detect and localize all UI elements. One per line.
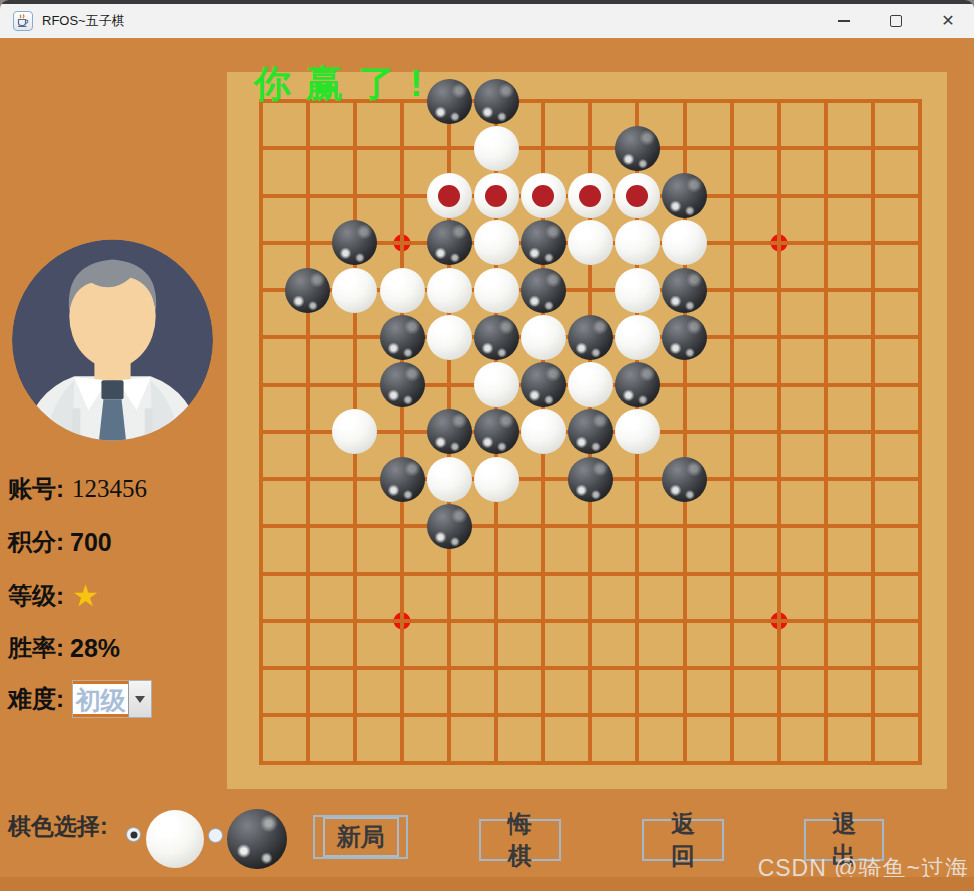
intersection[interactable] [802, 267, 849, 314]
intersection[interactable] [849, 219, 896, 266]
intersection[interactable] [426, 172, 473, 219]
white-stone [615, 220, 660, 265]
intersection[interactable] [661, 172, 708, 219]
intersection[interactable] [802, 78, 849, 125]
intersection[interactable] [849, 408, 896, 455]
black-stone [427, 220, 472, 265]
score-row: 积分: 700 [8, 526, 112, 558]
intersection[interactable] [473, 78, 520, 125]
intersection[interactable] [520, 503, 567, 550]
app-window: RFOS~五子棋 ✕ 你赢了! 账号: [0, 0, 974, 891]
minimize-button[interactable] [818, 4, 870, 38]
window-title: RFOS~五子棋 [42, 12, 125, 30]
intersection[interactable] [520, 172, 567, 219]
intersection[interactable] [331, 408, 378, 455]
intersection[interactable] [614, 692, 661, 739]
account-label: 账号: [8, 473, 64, 505]
intersection[interactable] [802, 456, 849, 503]
intersection[interactable] [614, 645, 661, 692]
black-stone [427, 409, 472, 454]
intersection[interactable] [426, 125, 473, 172]
intersection[interactable] [708, 125, 755, 172]
intersection[interactable] [755, 692, 802, 739]
intersection[interactable] [284, 408, 331, 455]
maximize-icon [890, 15, 902, 27]
winrate-label: 胜率: [8, 632, 64, 664]
intersection[interactable] [237, 456, 284, 503]
intersection[interactable] [473, 739, 520, 786]
intersection[interactable] [567, 550, 614, 597]
intersection[interactable] [520, 408, 567, 455]
intersection[interactable] [378, 645, 425, 692]
intersection[interactable] [473, 172, 520, 219]
intersection[interactable] [661, 550, 708, 597]
intersection[interactable] [661, 645, 708, 692]
winrate-value: 28% [70, 634, 120, 663]
white-stone [568, 362, 613, 407]
intersection[interactable] [426, 739, 473, 786]
intersection[interactable] [755, 597, 802, 644]
intersection[interactable] [473, 408, 520, 455]
intersection[interactable] [897, 456, 944, 503]
intersection[interactable] [331, 550, 378, 597]
intersection[interactable] [614, 314, 661, 361]
white-stone [380, 268, 425, 313]
black-stone [662, 268, 707, 313]
level-star-icon: ★ [72, 578, 99, 613]
intersection[interactable] [426, 267, 473, 314]
intersection[interactable] [755, 550, 802, 597]
intersection[interactable] [473, 361, 520, 408]
undo-button-label: 悔棋 [487, 804, 553, 876]
white-piece-radio[interactable] [126, 827, 141, 842]
intersection[interactable] [802, 361, 849, 408]
intersection[interactable] [802, 739, 849, 786]
intersection[interactable] [897, 314, 944, 361]
level-row: 等级: ★ [8, 578, 99, 613]
intersection[interactable] [802, 503, 849, 550]
intersection[interactable] [520, 597, 567, 644]
intersection[interactable] [473, 125, 520, 172]
intersection[interactable] [802, 597, 849, 644]
bottom-strip [0, 877, 974, 891]
intersection[interactable] [473, 267, 520, 314]
intersection[interactable] [661, 314, 708, 361]
difficulty-label: 难度: [8, 683, 64, 715]
intersection[interactable] [897, 78, 944, 125]
intersection[interactable] [284, 503, 331, 550]
intersection[interactable] [849, 314, 896, 361]
intersection[interactable] [237, 172, 284, 219]
avatar [12, 238, 213, 442]
intersection[interactable] [897, 739, 944, 786]
intersection[interactable] [614, 456, 661, 503]
intersection[interactable] [520, 314, 567, 361]
intersection[interactable] [284, 125, 331, 172]
intersection[interactable] [661, 692, 708, 739]
back-button[interactable]: 返回 [642, 819, 724, 861]
intersection[interactable] [897, 597, 944, 644]
intersection[interactable] [567, 456, 614, 503]
white-stone [427, 457, 472, 502]
intersection[interactable] [614, 78, 661, 125]
intersection[interactable] [284, 267, 331, 314]
intersection[interactable] [331, 125, 378, 172]
intersection[interactable] [567, 645, 614, 692]
intersection[interactable] [849, 361, 896, 408]
white-stone [521, 409, 566, 454]
intersection[interactable] [237, 314, 284, 361]
intersection[interactable] [426, 503, 473, 550]
intersection[interactable] [378, 597, 425, 644]
intersection[interactable] [849, 125, 896, 172]
intersection[interactable] [284, 456, 331, 503]
white-stone-winning [568, 173, 613, 218]
intersection[interactable] [661, 361, 708, 408]
intersection[interactable] [237, 692, 284, 739]
intersection[interactable] [378, 125, 425, 172]
minimize-icon [838, 20, 850, 22]
white-stone [427, 315, 472, 360]
intersection[interactable] [426, 408, 473, 455]
intersection[interactable] [661, 597, 708, 644]
black-stone [474, 409, 519, 454]
intersection[interactable] [237, 550, 284, 597]
intersection[interactable] [520, 361, 567, 408]
intersection[interactable] [237, 739, 284, 786]
intersection[interactable] [520, 645, 567, 692]
intersection[interactable] [520, 456, 567, 503]
intersection[interactable] [567, 125, 614, 172]
black-piece-radio[interactable] [208, 828, 223, 843]
white-stone [521, 315, 566, 360]
intersection[interactable] [331, 645, 378, 692]
intersection[interactable] [897, 219, 944, 266]
intersection[interactable] [331, 219, 378, 266]
intersection[interactable] [331, 314, 378, 361]
black-stone [521, 362, 566, 407]
intersection[interactable] [567, 692, 614, 739]
white-stone [474, 126, 519, 171]
intersection[interactable] [426, 314, 473, 361]
intersection[interactable] [708, 78, 755, 125]
intersection[interactable] [331, 739, 378, 786]
intersection[interactable] [708, 267, 755, 314]
intersection[interactable] [473, 597, 520, 644]
difficulty-dropdown[interactable]: 初级 [72, 680, 152, 718]
white-stone-option-icon[interactable] [146, 810, 204, 868]
intersection[interactable] [520, 219, 567, 266]
intersection[interactable] [849, 597, 896, 644]
intersection[interactable] [614, 219, 661, 266]
new-game-button-label: 新局 [323, 817, 399, 857]
intersection[interactable] [378, 361, 425, 408]
chevron-down-icon [135, 696, 145, 708]
intersection[interactable] [614, 550, 661, 597]
black-stone [615, 362, 660, 407]
intersection[interactable] [897, 645, 944, 692]
black-stone [380, 315, 425, 360]
intersection[interactable] [520, 739, 567, 786]
intersection[interactable] [802, 550, 849, 597]
black-stone [474, 315, 519, 360]
intersection[interactable] [755, 645, 802, 692]
intersection[interactable] [473, 456, 520, 503]
black-stone [380, 362, 425, 407]
intersection[interactable] [897, 172, 944, 219]
intersection[interactable] [708, 456, 755, 503]
intersection[interactable] [755, 739, 802, 786]
intersection[interactable] [661, 408, 708, 455]
intersection[interactable] [378, 692, 425, 739]
intersection[interactable] [378, 314, 425, 361]
intersection[interactable] [755, 361, 802, 408]
white-stone [615, 409, 660, 454]
black-stone [474, 79, 519, 124]
score-label: 积分: [8, 526, 64, 558]
piece-color-label: 棋色选择: [8, 811, 108, 842]
intersection[interactable] [520, 78, 567, 125]
intersection[interactable] [426, 597, 473, 644]
intersection[interactable] [284, 361, 331, 408]
intersection[interactable] [849, 172, 896, 219]
win-message: 你赢了! [254, 59, 437, 109]
intersection[interactable] [802, 219, 849, 266]
intersection[interactable] [378, 503, 425, 550]
intersection[interactable] [708, 408, 755, 455]
intersection[interactable] [802, 692, 849, 739]
black-stone [662, 315, 707, 360]
intersection[interactable] [237, 219, 284, 266]
intersection[interactable] [237, 597, 284, 644]
intersection[interactable] [520, 550, 567, 597]
intersection[interactable] [567, 597, 614, 644]
black-stone [427, 504, 472, 549]
intersection[interactable] [755, 408, 802, 455]
intersection[interactable] [473, 645, 520, 692]
intersection[interactable] [520, 692, 567, 739]
intersection[interactable] [331, 267, 378, 314]
intersection[interactable] [708, 739, 755, 786]
intersection[interactable] [755, 314, 802, 361]
intersection[interactable] [897, 503, 944, 550]
intersection[interactable] [849, 739, 896, 786]
intersection[interactable] [426, 645, 473, 692]
intersection[interactable] [473, 219, 520, 266]
intersection[interactable] [378, 172, 425, 219]
intersection[interactable] [849, 456, 896, 503]
window-controls: ✕ [818, 4, 974, 38]
black-stone [380, 457, 425, 502]
white-stone [615, 268, 660, 313]
intersection[interactable] [567, 503, 614, 550]
intersection[interactable] [567, 219, 614, 266]
intersection[interactable] [473, 550, 520, 597]
difficulty-row: 难度: 初级 [8, 680, 152, 718]
intersection[interactable] [567, 739, 614, 786]
gomoku-board-panel: 你赢了! [227, 72, 947, 789]
intersection[interactable] [849, 78, 896, 125]
intersection[interactable] [567, 78, 614, 125]
intersection[interactable] [614, 597, 661, 644]
intersection[interactable] [331, 692, 378, 739]
intersection[interactable] [755, 78, 802, 125]
intersection[interactable] [849, 503, 896, 550]
intersection[interactable] [426, 361, 473, 408]
intersection[interactable] [237, 361, 284, 408]
intersection[interactable] [755, 172, 802, 219]
intersection[interactable] [897, 408, 944, 455]
intersection[interactable] [567, 361, 614, 408]
white-stone-winning [521, 173, 566, 218]
intersection[interactable] [614, 739, 661, 786]
intersection[interactable] [802, 408, 849, 455]
black-stone [662, 173, 707, 218]
intersection[interactable] [708, 692, 755, 739]
white-stone [474, 362, 519, 407]
black-stone [662, 457, 707, 502]
intersection[interactable] [755, 456, 802, 503]
intersection[interactable] [378, 739, 425, 786]
intersection[interactable] [473, 314, 520, 361]
intersection[interactable] [661, 78, 708, 125]
level-label: 等级: [8, 580, 64, 612]
intersection[interactable] [284, 645, 331, 692]
intersection[interactable] [331, 597, 378, 644]
intersection[interactable] [378, 550, 425, 597]
intersection[interactable] [284, 692, 331, 739]
intersection[interactable] [708, 314, 755, 361]
intersection[interactable] [708, 361, 755, 408]
intersection[interactable] [614, 503, 661, 550]
intersection[interactable] [661, 503, 708, 550]
intersection[interactable] [284, 219, 331, 266]
intersection[interactable] [849, 267, 896, 314]
intersection[interactable] [897, 125, 944, 172]
undo-button[interactable]: 悔棋 [479, 819, 561, 861]
intersection[interactable] [897, 361, 944, 408]
intersection[interactable] [708, 645, 755, 692]
intersection[interactable] [755, 267, 802, 314]
maximize-button[interactable] [870, 4, 922, 38]
intersection[interactable] [708, 172, 755, 219]
intersection[interactable] [755, 219, 802, 266]
intersection[interactable] [426, 550, 473, 597]
intersection[interactable] [426, 456, 473, 503]
intersection[interactable] [802, 645, 849, 692]
intersection[interactable] [708, 597, 755, 644]
intersection[interactable] [331, 361, 378, 408]
intersection[interactable] [284, 597, 331, 644]
intersection[interactable] [755, 503, 802, 550]
intersection[interactable] [378, 267, 425, 314]
intersection[interactable] [520, 125, 567, 172]
intersection[interactable] [284, 172, 331, 219]
dropdown-arrow-button[interactable] [128, 681, 151, 717]
white-stone [615, 315, 660, 360]
new-game-button[interactable]: 新局 [313, 815, 408, 859]
intersection[interactable] [284, 739, 331, 786]
intersection[interactable] [378, 219, 425, 266]
white-stone-winning [427, 173, 472, 218]
intersection[interactable] [614, 267, 661, 314]
intersection[interactable] [661, 267, 708, 314]
intersection[interactable] [284, 314, 331, 361]
titlebar: RFOS~五子棋 ✕ [0, 4, 974, 38]
intersection[interactable] [426, 692, 473, 739]
intersection[interactable] [708, 503, 755, 550]
intersection[interactable] [614, 125, 661, 172]
account-row: 账号: 123456 [8, 473, 147, 505]
intersection[interactable] [567, 267, 614, 314]
intersection[interactable] [897, 267, 944, 314]
intersection[interactable] [378, 408, 425, 455]
java-coffee-cup-icon [13, 11, 33, 31]
score-value: 700 [70, 528, 112, 557]
intersection[interactable] [802, 125, 849, 172]
star-point-marker [394, 234, 411, 251]
intersection[interactable] [849, 550, 896, 597]
intersection[interactable] [661, 219, 708, 266]
intersection[interactable] [237, 503, 284, 550]
intersection[interactable] [567, 172, 614, 219]
intersection[interactable] [614, 172, 661, 219]
intersection[interactable] [708, 219, 755, 266]
intersection[interactable] [755, 125, 802, 172]
intersection[interactable] [237, 267, 284, 314]
intersection[interactable] [426, 219, 473, 266]
white-stone [427, 268, 472, 313]
intersection[interactable] [567, 408, 614, 455]
intersection[interactable] [284, 550, 331, 597]
black-stone [568, 457, 613, 502]
intersection[interactable] [802, 172, 849, 219]
intersection[interactable] [614, 408, 661, 455]
intersection[interactable] [897, 550, 944, 597]
intersection[interactable] [849, 645, 896, 692]
close-icon: ✕ [941, 13, 954, 29]
intersection[interactable] [520, 267, 567, 314]
intersection[interactable] [661, 739, 708, 786]
white-stone-winning [474, 173, 519, 218]
black-stone [332, 220, 377, 265]
intersection[interactable] [661, 125, 708, 172]
white-stone [474, 220, 519, 265]
intersection[interactable] [849, 692, 896, 739]
intersection[interactable] [237, 645, 284, 692]
intersection[interactable] [331, 503, 378, 550]
white-stone [474, 268, 519, 313]
close-button[interactable]: ✕ [922, 4, 974, 38]
intersection[interactable] [802, 314, 849, 361]
black-stone-option-icon[interactable] [227, 809, 287, 869]
intersection[interactable] [378, 456, 425, 503]
intersection[interactable] [237, 125, 284, 172]
white-stone-winning [615, 173, 660, 218]
intersection[interactable] [661, 456, 708, 503]
intersection[interactable] [614, 361, 661, 408]
intersection[interactable] [473, 692, 520, 739]
intersection[interactable] [237, 408, 284, 455]
star-point-marker [770, 234, 787, 251]
intersection[interactable] [708, 550, 755, 597]
intersection[interactable] [897, 692, 944, 739]
intersection[interactable] [567, 314, 614, 361]
account-value: 123456 [72, 475, 147, 503]
intersection[interactable] [473, 503, 520, 550]
intersection[interactable] [331, 172, 378, 219]
intersection[interactable] [331, 456, 378, 503]
